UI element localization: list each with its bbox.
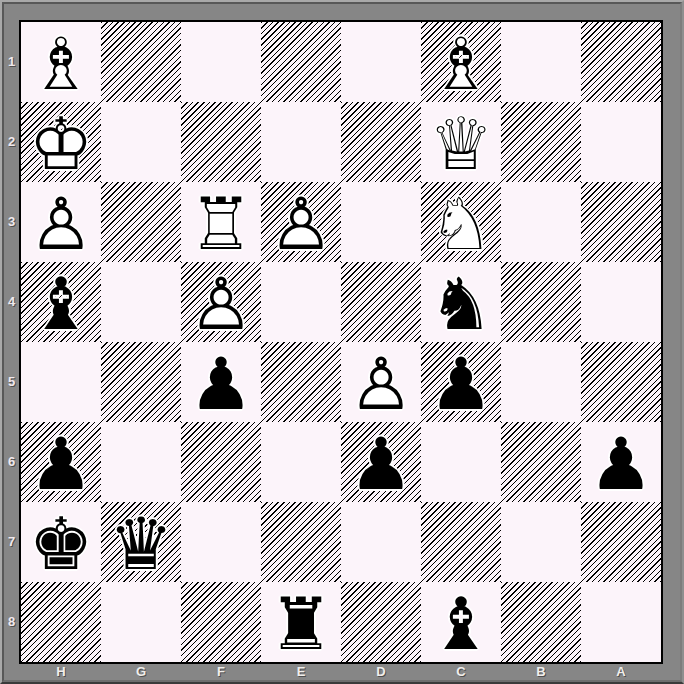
file-label-f: F <box>181 664 261 680</box>
square-c3[interactable]: ♞♘ <box>421 182 501 262</box>
square-a7[interactable] <box>581 502 661 582</box>
square-c7[interactable] <box>421 502 501 582</box>
square-d4[interactable] <box>341 262 421 342</box>
piece-black-pawn: ♟♟ <box>181 342 261 422</box>
file-label-e: E <box>261 664 341 680</box>
square-b5[interactable] <box>501 342 581 422</box>
piece-white-knight: ♞♘ <box>421 182 501 262</box>
square-f7[interactable] <box>181 502 261 582</box>
square-g8[interactable] <box>101 582 181 662</box>
black-king-icon: ♚ <box>21 502 101 582</box>
square-b1[interactable] <box>501 22 581 102</box>
rank-label-2: 2 <box>4 102 19 182</box>
square-e3[interactable]: ♟♙ <box>261 182 341 262</box>
square-h8[interactable] <box>21 582 101 662</box>
piece-white-pawn: ♟♙ <box>341 342 421 422</box>
piece-black-pawn: ♟♟ <box>341 422 421 502</box>
square-g3[interactable] <box>101 182 181 262</box>
square-g7[interactable]: ♛♛ <box>101 502 181 582</box>
square-b8[interactable] <box>501 582 581 662</box>
white-pawn-icon: ♙ <box>261 182 341 262</box>
piece-white-bishop: ♝♗ <box>21 22 101 102</box>
square-d3[interactable] <box>341 182 421 262</box>
square-h1[interactable]: ♝♗ <box>21 22 101 102</box>
square-e8[interactable]: ♜♜ <box>261 582 341 662</box>
rank-label-8: 8 <box>4 582 19 662</box>
piece-white-king: ♚♔ <box>21 102 101 182</box>
piece-black-pawn: ♟♟ <box>421 342 501 422</box>
white-queen-icon: ♕ <box>421 102 501 182</box>
square-d6[interactable]: ♟♟ <box>341 422 421 502</box>
board-grid: ♝♗♝♗♚♔♛♕♟♙♜♖♟♙♞♘♝♝♟♙♞♞♟♟♟♙♟♟♟♟♟♟♟♟♚♚♛♛♜♜… <box>21 22 661 662</box>
black-queen-icon: ♛ <box>101 502 181 582</box>
square-h2[interactable]: ♚♔ <box>21 102 101 182</box>
piece-black-pawn: ♟♟ <box>581 422 661 502</box>
rank-label-7: 7 <box>4 502 19 582</box>
square-d1[interactable] <box>341 22 421 102</box>
square-a2[interactable] <box>581 102 661 182</box>
square-c8[interactable]: ♝♝ <box>421 582 501 662</box>
file-label-h: H <box>21 664 101 680</box>
rank-label-3: 3 <box>4 182 19 262</box>
black-pawn-icon: ♟ <box>341 422 421 502</box>
square-d2[interactable] <box>341 102 421 182</box>
file-label-b: B <box>501 664 581 680</box>
rank-label-5: 5 <box>4 342 19 422</box>
white-rook-icon: ♖ <box>181 182 261 262</box>
square-h5[interactable] <box>21 342 101 422</box>
square-h4[interactable]: ♝♝ <box>21 262 101 342</box>
piece-white-pawn: ♟♙ <box>21 182 101 262</box>
square-d5[interactable]: ♟♙ <box>341 342 421 422</box>
file-label-a: A <box>581 664 661 680</box>
square-a3[interactable] <box>581 182 661 262</box>
piece-black-bishop: ♝♝ <box>21 262 101 342</box>
file-label-d: D <box>341 664 421 680</box>
piece-white-bishop: ♝♗ <box>421 22 501 102</box>
square-g4[interactable] <box>101 262 181 342</box>
square-b6[interactable] <box>501 422 581 502</box>
black-bishop-icon: ♝ <box>421 582 501 662</box>
square-c5[interactable]: ♟♟ <box>421 342 501 422</box>
square-a4[interactable] <box>581 262 661 342</box>
black-pawn-icon: ♟ <box>181 342 261 422</box>
square-c6[interactable] <box>421 422 501 502</box>
black-pawn-icon: ♟ <box>21 422 101 502</box>
square-e5[interactable] <box>261 342 341 422</box>
square-g2[interactable] <box>101 102 181 182</box>
black-bishop-icon: ♝ <box>21 262 101 342</box>
square-f3[interactable]: ♜♖ <box>181 182 261 262</box>
black-rook-icon: ♜ <box>261 582 341 662</box>
black-pawn-icon: ♟ <box>581 422 661 502</box>
white-pawn-icon: ♙ <box>181 262 261 342</box>
square-e4[interactable] <box>261 262 341 342</box>
square-d8[interactable] <box>341 582 421 662</box>
square-c1[interactable]: ♝♗ <box>421 22 501 102</box>
piece-black-rook: ♜♜ <box>261 582 341 662</box>
square-e1[interactable] <box>261 22 341 102</box>
rank-label-4: 4 <box>4 262 19 342</box>
white-bishop-icon: ♗ <box>21 22 101 102</box>
square-f6[interactable] <box>181 422 261 502</box>
white-bishop-icon: ♗ <box>421 22 501 102</box>
square-c2[interactable]: ♛♕ <box>421 102 501 182</box>
square-d7[interactable] <box>341 502 421 582</box>
black-knight-icon: ♞ <box>421 262 501 342</box>
square-a1[interactable] <box>581 22 661 102</box>
black-pawn-icon: ♟ <box>421 342 501 422</box>
piece-black-bishop: ♝♝ <box>421 582 501 662</box>
square-b4[interactable] <box>501 262 581 342</box>
square-e6[interactable] <box>261 422 341 502</box>
square-h7[interactable]: ♚♚ <box>21 502 101 582</box>
square-a6[interactable]: ♟♟ <box>581 422 661 502</box>
square-f2[interactable] <box>181 102 261 182</box>
square-g6[interactable] <box>101 422 181 502</box>
piece-black-knight: ♞♞ <box>421 262 501 342</box>
piece-white-queen: ♛♕ <box>421 102 501 182</box>
square-b2[interactable] <box>501 102 581 182</box>
piece-black-pawn: ♟♟ <box>21 422 101 502</box>
square-e2[interactable] <box>261 102 341 182</box>
square-g1[interactable] <box>101 22 181 102</box>
square-b7[interactable] <box>501 502 581 582</box>
file-label-c: C <box>421 664 501 680</box>
square-a8[interactable] <box>581 582 661 662</box>
white-pawn-icon: ♙ <box>21 182 101 262</box>
square-c4[interactable]: ♞♞ <box>421 262 501 342</box>
piece-white-rook: ♜♖ <box>181 182 261 262</box>
square-e7[interactable] <box>261 502 341 582</box>
rank-label-1: 1 <box>4 22 19 102</box>
piece-white-pawn: ♟♙ <box>181 262 261 342</box>
board-frame: ♝♗♝♗♚♔♛♕♟♙♜♖♟♙♞♘♝♝♟♙♞♞♟♟♟♙♟♟♟♟♟♟♟♟♚♚♛♛♜♜… <box>2 2 682 682</box>
white-knight-icon: ♘ <box>421 182 501 262</box>
rank-label-6: 6 <box>4 422 19 502</box>
chess-board: ♝♗♝♗♚♔♛♕♟♙♜♖♟♙♞♘♝♝♟♙♞♞♟♟♟♙♟♟♟♟♟♟♟♟♚♚♛♛♜♜… <box>19 20 663 664</box>
white-pawn-icon: ♙ <box>341 342 421 422</box>
square-h6[interactable]: ♟♟ <box>21 422 101 502</box>
file-label-g: G <box>101 664 181 680</box>
square-a5[interactable] <box>581 342 661 422</box>
piece-black-queen: ♛♛ <box>101 502 181 582</box>
chess-diagram-window: ♝♗♝♗♚♔♛♕♟♙♜♖♟♙♞♘♝♝♟♙♞♞♟♟♟♙♟♟♟♟♟♟♟♟♚♚♛♛♜♜… <box>0 0 684 684</box>
square-f1[interactable] <box>181 22 261 102</box>
square-g5[interactable] <box>101 342 181 422</box>
square-f8[interactable] <box>181 582 261 662</box>
square-f5[interactable]: ♟♟ <box>181 342 261 422</box>
square-b3[interactable] <box>501 182 581 262</box>
piece-white-pawn: ♟♙ <box>261 182 341 262</box>
square-f4[interactable]: ♟♙ <box>181 262 261 342</box>
white-king-icon: ♔ <box>21 102 101 182</box>
piece-black-king: ♚♚ <box>21 502 101 582</box>
square-h3[interactable]: ♟♙ <box>21 182 101 262</box>
